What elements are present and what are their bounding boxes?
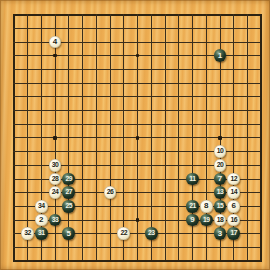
stone-white-18[interactable]: 18 [214, 214, 227, 227]
stone-black-17[interactable]: 17 [227, 227, 240, 240]
move-number: 13 [217, 189, 224, 196]
move-number: 2 [39, 216, 43, 224]
stone-white-34[interactable]: 34 [35, 200, 48, 213]
move-number: 18 [217, 217, 224, 224]
star-point [136, 54, 140, 58]
go-board: 1234567891011121314151617181920212223242… [0, 0, 270, 270]
stone-black-13[interactable]: 13 [214, 186, 227, 199]
move-number: 20 [217, 162, 224, 169]
move-number: 4 [53, 38, 57, 46]
stone-white-14[interactable]: 14 [227, 186, 240, 199]
stone-black-23[interactable]: 23 [145, 227, 158, 240]
star-point [136, 136, 140, 140]
move-number: 1 [218, 52, 222, 60]
stone-white-24[interactable]: 24 [49, 186, 62, 199]
move-number: 9 [190, 216, 194, 224]
move-number: 30 [52, 162, 59, 169]
stone-black-27[interactable]: 27 [62, 186, 75, 199]
stone-white-16[interactable]: 16 [227, 214, 240, 227]
move-number: 32 [24, 231, 31, 238]
stone-white-10[interactable]: 10 [214, 145, 227, 158]
move-number: 6 [232, 203, 236, 211]
grid-line [13, 260, 263, 262]
grid-line [165, 14, 166, 263]
grid-line [13, 247, 263, 248]
move-number: 15 [217, 203, 224, 210]
grid-line [151, 14, 152, 263]
stone-white-26[interactable]: 26 [104, 186, 117, 199]
move-number: 25 [65, 203, 72, 210]
stone-white-12[interactable]: 12 [227, 173, 240, 186]
star-point [218, 136, 222, 140]
stone-black-33[interactable]: 33 [49, 214, 62, 227]
move-number: 16 [230, 217, 237, 224]
stone-black-9[interactable]: 9 [186, 214, 199, 227]
move-number: 12 [230, 176, 237, 183]
star-point [53, 136, 57, 140]
stone-white-6[interactable]: 6 [227, 200, 240, 213]
stone-white-2[interactable]: 2 [35, 214, 48, 227]
move-number: 21 [189, 203, 196, 210]
stone-white-22[interactable]: 22 [117, 227, 130, 240]
move-number: 28 [52, 176, 59, 183]
move-number: 33 [52, 217, 59, 224]
move-number: 31 [38, 231, 45, 238]
move-number: 23 [148, 231, 155, 238]
stone-black-11[interactable]: 11 [186, 173, 199, 186]
move-number: 17 [230, 231, 237, 238]
stone-black-3[interactable]: 3 [214, 227, 227, 240]
move-number: 8 [204, 203, 208, 211]
board-grid[interactable]: 1234567891011121314151617181920212223242… [0, 0, 270, 270]
move-number: 11 [189, 176, 195, 183]
move-number: 27 [65, 189, 72, 196]
stone-white-28[interactable]: 28 [49, 173, 62, 186]
grid-line [178, 14, 179, 263]
star-point [53, 54, 57, 58]
move-number: 26 [107, 189, 114, 196]
move-number: 19 [203, 217, 210, 224]
stone-black-7[interactable]: 7 [214, 173, 227, 186]
move-number: 29 [65, 176, 72, 183]
stone-black-1[interactable]: 1 [214, 49, 227, 62]
stone-white-20[interactable]: 20 [214, 159, 227, 172]
stone-black-15[interactable]: 15 [214, 200, 227, 213]
stone-white-4[interactable]: 4 [49, 36, 62, 49]
stone-black-31[interactable]: 31 [35, 227, 48, 240]
move-number: 5 [67, 230, 71, 238]
stone-white-8[interactable]: 8 [200, 200, 213, 213]
stone-black-29[interactable]: 29 [62, 173, 75, 186]
stone-white-32[interactable]: 32 [21, 227, 34, 240]
grid-line [260, 14, 262, 263]
stone-black-19[interactable]: 19 [200, 214, 213, 227]
move-number: 14 [230, 189, 237, 196]
move-number: 3 [218, 230, 222, 238]
stone-black-21[interactable]: 21 [186, 200, 199, 213]
move-number: 10 [217, 148, 224, 155]
stone-black-25[interactable]: 25 [62, 200, 75, 213]
stone-white-30[interactable]: 30 [49, 159, 62, 172]
move-number: 24 [52, 189, 59, 196]
move-number: 34 [38, 203, 45, 210]
move-number: 22 [120, 231, 127, 238]
grid-line [247, 14, 248, 263]
move-number: 7 [218, 175, 222, 183]
star-point [136, 218, 140, 222]
stone-black-5[interactable]: 5 [62, 227, 75, 240]
